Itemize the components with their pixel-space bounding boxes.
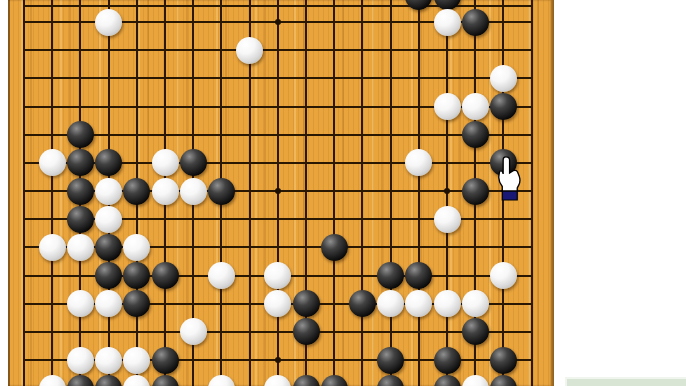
stone-black[interactable] (208, 178, 235, 205)
stone-black[interactable] (67, 178, 94, 205)
stone-white[interactable] (67, 347, 94, 374)
star-point (275, 188, 281, 194)
star-point (275, 19, 281, 25)
stone-white[interactable] (434, 9, 461, 36)
stone-black[interactable] (123, 178, 150, 205)
stone-white[interactable] (180, 178, 207, 205)
stone-white[interactable] (39, 149, 66, 176)
stone-black[interactable] (462, 121, 489, 148)
stone-white[interactable] (180, 318, 207, 345)
stone-white[interactable] (67, 234, 94, 261)
stone-black[interactable] (293, 318, 320, 345)
bottom-right-widget[interactable] (565, 377, 686, 386)
stone-white[interactable] (95, 178, 122, 205)
stone-white[interactable] (434, 206, 461, 233)
stone-black[interactable] (95, 234, 122, 261)
stone-white[interactable] (236, 37, 263, 64)
stone-black[interactable] (490, 347, 517, 374)
stone-black[interactable] (490, 93, 517, 120)
right-panel (554, 0, 686, 386)
stone-black[interactable] (95, 262, 122, 289)
stone-white[interactable] (95, 347, 122, 374)
grid-line-horizontal (23, 77, 533, 79)
grid-line-vertical (418, 0, 420, 386)
grid-line-horizontal (23, 331, 533, 333)
grid-line-vertical (51, 0, 53, 386)
stone-white[interactable] (123, 234, 150, 261)
stone-white[interactable] (434, 290, 461, 317)
grid-line-vertical (390, 0, 392, 386)
star-point (444, 188, 450, 194)
grid-line-vertical (23, 0, 25, 386)
stone-black[interactable] (462, 178, 489, 205)
grid-line-vertical (333, 0, 335, 386)
stone-white[interactable] (152, 178, 179, 205)
grid-line-horizontal (23, 134, 533, 136)
stone-white[interactable] (208, 262, 235, 289)
star-point (275, 357, 281, 363)
stone-black[interactable] (377, 262, 404, 289)
grid-line-vertical (361, 0, 363, 386)
stone-black[interactable] (462, 318, 489, 345)
grid-line-horizontal (23, 49, 533, 51)
grid-line-vertical (502, 0, 504, 386)
stone-black[interactable] (152, 262, 179, 289)
stone-white[interactable] (434, 93, 461, 120)
stone-black[interactable] (377, 347, 404, 374)
stone-white[interactable] (490, 65, 517, 92)
stone-black[interactable] (434, 347, 461, 374)
stone-black[interactable] (152, 347, 179, 374)
stone-white[interactable] (462, 290, 489, 317)
stone-black[interactable] (349, 290, 376, 317)
stone-black[interactable] (180, 149, 207, 176)
stone-black[interactable] (321, 234, 348, 261)
stone-white[interactable] (490, 262, 517, 289)
stone-black[interactable] (67, 206, 94, 233)
stone-white[interactable] (95, 9, 122, 36)
stone-white[interactable] (152, 149, 179, 176)
stone-white[interactable] (39, 234, 66, 261)
stone-black[interactable] (293, 290, 320, 317)
stone-black[interactable] (462, 9, 489, 36)
stone-white[interactable] (123, 347, 150, 374)
stone-white[interactable] (67, 290, 94, 317)
go-client-screenshot (0, 0, 686, 386)
stone-black[interactable] (67, 121, 94, 148)
stone-white[interactable] (95, 206, 122, 233)
grid-line-vertical (531, 0, 533, 386)
stone-white[interactable] (462, 93, 489, 120)
